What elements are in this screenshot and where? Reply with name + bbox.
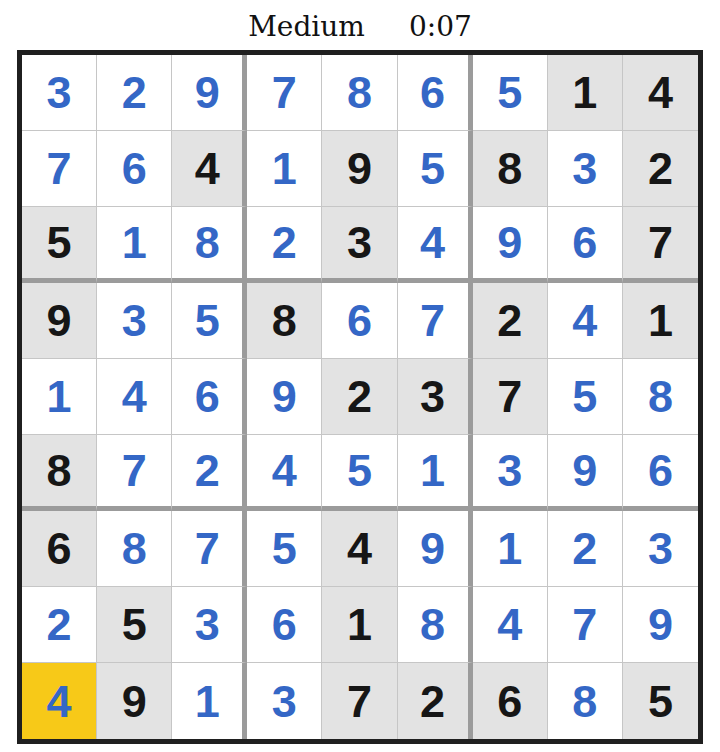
cell-r9c8[interactable]: 8 — [548, 663, 623, 739]
cell-r1c4[interactable]: 7 — [247, 55, 322, 131]
cell-r4c8[interactable]: 4 — [548, 283, 623, 359]
cell-r7c1[interactable]: 6 — [22, 511, 97, 587]
cell-r4c2[interactable]: 3 — [97, 283, 172, 359]
cell-r7c2[interactable]: 8 — [97, 511, 172, 587]
cell-r2c6[interactable]: 5 — [398, 131, 473, 207]
cell-r4c3[interactable]: 5 — [172, 283, 247, 359]
cell-r6c3[interactable]: 2 — [172, 435, 247, 511]
cell-r7c7[interactable]: 1 — [473, 511, 548, 587]
cell-r3c8[interactable]: 6 — [548, 207, 623, 283]
cell-r5c4[interactable]: 9 — [247, 359, 322, 435]
cell-r6c8[interactable]: 9 — [548, 435, 623, 511]
cell-r3c7[interactable]: 9 — [473, 207, 548, 283]
cell-r7c4[interactable]: 5 — [247, 511, 322, 587]
puzzle-header: Medium 0:07 — [0, 0, 720, 50]
cell-r8c7[interactable]: 4 — [473, 587, 548, 663]
cell-r5c9[interactable]: 8 — [623, 359, 698, 435]
cell-r1c6[interactable]: 6 — [398, 55, 473, 131]
cell-r4c4[interactable]: 8 — [247, 283, 322, 359]
cell-r3c1[interactable]: 5 — [22, 207, 97, 283]
difficulty-label: Medium — [248, 10, 365, 43]
timer: 0:07 — [409, 10, 472, 43]
cell-r4c6[interactable]: 7 — [398, 283, 473, 359]
cell-r3c6[interactable]: 4 — [398, 207, 473, 283]
cell-r4c9[interactable]: 1 — [623, 283, 698, 359]
cell-r5c5[interactable]: 2 — [322, 359, 397, 435]
cell-r3c5[interactable]: 3 — [322, 207, 397, 283]
cell-r5c1[interactable]: 1 — [22, 359, 97, 435]
cell-r2c3[interactable]: 4 — [172, 131, 247, 207]
cell-r6c9[interactable]: 6 — [623, 435, 698, 511]
cell-r2c9[interactable]: 2 — [623, 131, 698, 207]
cell-r1c3[interactable]: 9 — [172, 55, 247, 131]
cell-r9c9[interactable]: 5 — [623, 663, 698, 739]
cell-r2c5[interactable]: 9 — [322, 131, 397, 207]
cell-r9c5[interactable]: 7 — [322, 663, 397, 739]
cell-r1c7[interactable]: 5 — [473, 55, 548, 131]
cell-r6c5[interactable]: 5 — [322, 435, 397, 511]
cell-r2c4[interactable]: 1 — [247, 131, 322, 207]
cell-r8c4[interactable]: 6 — [247, 587, 322, 663]
cell-r6c6[interactable]: 1 — [398, 435, 473, 511]
cell-r9c3[interactable]: 1 — [172, 663, 247, 739]
cell-r8c5[interactable]: 1 — [322, 587, 397, 663]
cell-r5c6[interactable]: 3 — [398, 359, 473, 435]
cell-r7c5[interactable]: 4 — [322, 511, 397, 587]
cell-r6c2[interactable]: 7 — [97, 435, 172, 511]
cell-r8c3[interactable]: 3 — [172, 587, 247, 663]
cell-r9c1[interactable]: 4 — [22, 663, 97, 739]
cell-r1c1[interactable]: 3 — [22, 55, 97, 131]
cell-r9c7[interactable]: 6 — [473, 663, 548, 739]
cell-r5c7[interactable]: 7 — [473, 359, 548, 435]
cell-r2c1[interactable]: 7 — [22, 131, 97, 207]
cell-r7c3[interactable]: 7 — [172, 511, 247, 587]
cell-r7c8[interactable]: 2 — [548, 511, 623, 587]
cell-r2c8[interactable]: 3 — [548, 131, 623, 207]
cell-r3c3[interactable]: 8 — [172, 207, 247, 283]
cell-r9c2[interactable]: 9 — [97, 663, 172, 739]
cell-r6c1[interactable]: 8 — [22, 435, 97, 511]
cell-r1c8[interactable]: 1 — [548, 55, 623, 131]
cell-r8c1[interactable]: 2 — [22, 587, 97, 663]
cell-r6c7[interactable]: 3 — [473, 435, 548, 511]
cell-r8c2[interactable]: 5 — [97, 587, 172, 663]
cell-r8c9[interactable]: 9 — [623, 587, 698, 663]
cell-r9c4[interactable]: 3 — [247, 663, 322, 739]
cell-r5c8[interactable]: 5 — [548, 359, 623, 435]
cell-r4c7[interactable]: 2 — [473, 283, 548, 359]
cell-r2c2[interactable]: 6 — [97, 131, 172, 207]
cell-r8c6[interactable]: 8 — [398, 587, 473, 663]
cell-r4c5[interactable]: 6 — [322, 283, 397, 359]
cell-r7c9[interactable]: 3 — [623, 511, 698, 587]
cell-r3c9[interactable]: 7 — [623, 207, 698, 283]
cell-r3c4[interactable]: 2 — [247, 207, 322, 283]
cell-r2c7[interactable]: 8 — [473, 131, 548, 207]
cell-r7c6[interactable]: 9 — [398, 511, 473, 587]
cell-r9c6[interactable]: 2 — [398, 663, 473, 739]
cell-r8c8[interactable]: 7 — [548, 587, 623, 663]
cell-r5c2[interactable]: 4 — [97, 359, 172, 435]
cell-r1c2[interactable]: 2 — [97, 55, 172, 131]
cell-r6c4[interactable]: 4 — [247, 435, 322, 511]
cell-r5c3[interactable]: 6 — [172, 359, 247, 435]
cell-r1c5[interactable]: 8 — [322, 55, 397, 131]
sudoku-board: 3297865147641958325182349679358672411469… — [17, 50, 703, 744]
cell-r1c9[interactable]: 4 — [623, 55, 698, 131]
cell-r4c1[interactable]: 9 — [22, 283, 97, 359]
cell-r3c2[interactable]: 1 — [97, 207, 172, 283]
